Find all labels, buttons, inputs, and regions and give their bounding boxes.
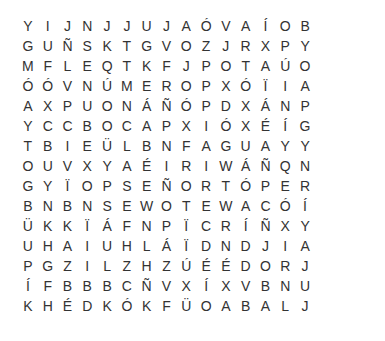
grid-cell[interactable]: G	[137, 36, 157, 56]
grid-cell[interactable]: X	[216, 276, 236, 296]
grid-cell[interactable]: A	[216, 296, 236, 316]
grid-cell[interactable]: Y	[38, 176, 58, 196]
grid-cell[interactable]: W	[216, 156, 236, 176]
grid-cell[interactable]: D	[196, 236, 216, 256]
grid-cell[interactable]: Ñ	[157, 176, 177, 196]
grid-cell[interactable]: T	[117, 36, 137, 56]
grid-cell[interactable]: H	[38, 296, 58, 316]
grid-cell[interactable]: P	[196, 56, 216, 76]
grid-cell[interactable]: Ï	[58, 176, 78, 196]
grid-cell[interactable]: Z	[196, 36, 216, 56]
grid-cell[interactable]: U	[77, 96, 97, 116]
grid-cell[interactable]: B	[58, 196, 78, 216]
grid-cell[interactable]: É	[256, 116, 276, 136]
grid-cell[interactable]: X	[176, 276, 196, 296]
grid-cell[interactable]: Ñ	[256, 156, 276, 176]
grid-cell[interactable]: N	[216, 236, 236, 256]
grid-cell[interactable]: A	[236, 196, 256, 216]
grid-cell[interactable]: Ü	[97, 136, 117, 156]
grid-cell[interactable]: A	[256, 136, 276, 156]
grid-cell[interactable]: É	[137, 156, 157, 176]
grid-cell[interactable]: O	[295, 56, 315, 76]
grid-cell[interactable]: C	[38, 116, 58, 136]
grid-cell[interactable]: F	[38, 56, 58, 76]
grid-cell[interactable]: N	[117, 96, 137, 116]
grid-cell[interactable]: V	[58, 156, 78, 176]
grid-cell[interactable]: É	[58, 296, 78, 316]
grid-cell[interactable]: I	[77, 236, 97, 256]
grid-cell[interactable]: C	[117, 276, 137, 296]
grid-cell[interactable]: K	[18, 296, 38, 316]
grid-cell[interactable]: B	[58, 276, 78, 296]
grid-cell[interactable]: U	[38, 36, 58, 56]
grid-cell[interactable]: D	[77, 296, 97, 316]
grid-cell[interactable]: A	[176, 16, 196, 36]
grid-cell[interactable]: Ó	[236, 176, 256, 196]
grid-cell[interactable]: C	[196, 216, 216, 236]
grid-cell[interactable]: Z	[117, 256, 137, 276]
grid-cell[interactable]: L	[137, 236, 157, 256]
grid-cell[interactable]: F	[38, 276, 58, 296]
grid-cell[interactable]: O	[275, 16, 295, 36]
grid-cell[interactable]: E	[196, 196, 216, 216]
grid-cell[interactable]: A	[196, 136, 216, 156]
grid-cell[interactable]: X	[176, 116, 196, 136]
grid-cell[interactable]: R	[196, 176, 216, 196]
grid-cell[interactable]: V	[216, 16, 236, 36]
grid-cell[interactable]: A	[236, 16, 256, 36]
grid-cell[interactable]: Í	[196, 276, 216, 296]
grid-cell[interactable]: V	[157, 36, 177, 56]
grid-cell[interactable]: A	[18, 96, 38, 116]
grid-cell[interactable]: R	[176, 156, 196, 176]
grid-cell[interactable]: Ó	[236, 76, 256, 96]
grid-cell[interactable]: Ó	[275, 196, 295, 216]
grid-cell[interactable]: W	[137, 196, 157, 216]
grid-cell[interactable]: Ú	[97, 76, 117, 96]
grid-cell[interactable]: Ó	[176, 96, 196, 116]
grid-cell[interactable]: T	[216, 176, 236, 196]
grid-cell[interactable]: O	[77, 176, 97, 196]
grid-cell[interactable]: A	[58, 236, 78, 256]
grid-cell[interactable]: K	[97, 36, 117, 56]
grid-cell[interactable]: R	[216, 216, 236, 236]
grid-cell[interactable]: F	[176, 136, 196, 156]
grid-cell[interactable]: N	[77, 76, 97, 96]
grid-cell[interactable]: N	[275, 276, 295, 296]
grid-cell[interactable]: Á	[256, 96, 276, 116]
word-search-grid: YIJNJJUJAÓVAÍOBGUÑSKTGVOZJRXPYMFLEQTKFJP…	[18, 16, 315, 316]
grid-cell[interactable]: P	[196, 96, 216, 116]
grid-cell[interactable]: Í	[295, 196, 315, 216]
grid-cell[interactable]: Y	[18, 16, 38, 36]
grid-cell[interactable]: Y	[295, 36, 315, 56]
grid-cell[interactable]: M	[18, 56, 38, 76]
grid-cell[interactable]: L	[117, 136, 137, 156]
grid-cell[interactable]: U	[137, 16, 157, 36]
grid-cell[interactable]: X	[256, 36, 276, 56]
grid-cell[interactable]: E	[137, 76, 157, 96]
grid-cell[interactable]: P	[157, 216, 177, 236]
grid-cell[interactable]: P	[58, 96, 78, 116]
grid-cell[interactable]: Ú	[275, 56, 295, 76]
grid-cell[interactable]: Á	[236, 156, 256, 176]
grid-cell[interactable]: Ï	[176, 236, 196, 256]
grid-cell[interactable]: O	[256, 256, 276, 276]
grid-cell[interactable]: Á	[97, 216, 117, 236]
grid-cell[interactable]: Ó	[38, 76, 58, 96]
grid-cell[interactable]: I	[77, 256, 97, 276]
grid-cell[interactable]: P	[295, 96, 315, 116]
grid-cell[interactable]: Q	[275, 156, 295, 176]
grid-cell[interactable]: I	[196, 156, 216, 176]
grid-cell[interactable]: E	[137, 176, 157, 196]
grid-cell[interactable]: Í	[18, 276, 38, 296]
grid-cell[interactable]: D	[216, 96, 236, 116]
grid-cell[interactable]: C	[256, 196, 276, 216]
grid-cell[interactable]: O	[18, 156, 38, 176]
grid-cell[interactable]: P	[196, 76, 216, 96]
grid-cell[interactable]: M	[117, 76, 137, 96]
grid-cell[interactable]: G	[38, 256, 58, 276]
grid-cell[interactable]: N	[275, 96, 295, 116]
grid-cell[interactable]: K	[58, 216, 78, 236]
grid-cell[interactable]: Ó	[18, 76, 38, 96]
grid-cell[interactable]: Ï	[77, 216, 97, 236]
grid-cell[interactable]: I	[157, 156, 177, 176]
grid-cell[interactable]: E	[77, 56, 97, 76]
grid-cell[interactable]: O	[97, 116, 117, 136]
grid-cell[interactable]: N	[77, 16, 97, 36]
grid-cell[interactable]: Ó	[196, 16, 216, 36]
grid-cell[interactable]: Ú	[176, 256, 196, 276]
grid-cell[interactable]: L	[97, 256, 117, 276]
grid-cell[interactable]: Q	[97, 56, 117, 76]
grid-cell[interactable]: K	[97, 296, 117, 316]
grid-cell[interactable]: A	[295, 76, 315, 96]
grid-cell[interactable]: O	[157, 196, 177, 216]
grid-cell[interactable]: Z	[157, 256, 177, 276]
grid-cell[interactable]: T	[176, 196, 196, 216]
grid-cell[interactable]: J	[157, 16, 177, 36]
grid-cell[interactable]: E	[275, 176, 295, 196]
grid-cell[interactable]: Ï	[176, 216, 196, 236]
grid-cell[interactable]: I	[58, 136, 78, 156]
grid-cell[interactable]: X	[236, 116, 256, 136]
grid-cell[interactable]: N	[77, 196, 97, 216]
grid-cell[interactable]: Í	[275, 116, 295, 136]
grid-cell[interactable]: C	[117, 116, 137, 136]
grid-cell[interactable]: P	[157, 116, 177, 136]
grid-cell[interactable]: P	[18, 256, 38, 276]
grid-cell[interactable]: A	[256, 56, 276, 76]
grid-cell[interactable]: A	[295, 236, 315, 256]
grid-cell[interactable]: G	[295, 116, 315, 136]
grid-cell[interactable]: K	[137, 296, 157, 316]
grid-cell[interactable]: Y	[275, 136, 295, 156]
grid-cell[interactable]: U	[236, 136, 256, 156]
grid-cell[interactable]: N	[157, 136, 177, 156]
grid-cell[interactable]: S	[97, 196, 117, 216]
grid-cell[interactable]: Ó	[216, 116, 236, 136]
grid-cell[interactable]: Y	[97, 156, 117, 176]
grid-cell[interactable]: Ñ	[58, 36, 78, 56]
grid-cell[interactable]: A	[117, 156, 137, 176]
grid-cell[interactable]: P	[275, 36, 295, 56]
grid-cell[interactable]: O	[196, 296, 216, 316]
grid-cell[interactable]: E	[77, 136, 97, 156]
grid-cell[interactable]: G	[18, 176, 38, 196]
grid-cell[interactable]: B	[256, 276, 276, 296]
grid-cell[interactable]: N	[38, 196, 58, 216]
grid-cell[interactable]: C	[58, 116, 78, 136]
grid-cell[interactable]: N	[137, 216, 157, 236]
grid-cell[interactable]: U	[97, 236, 117, 256]
grid-cell[interactable]: F	[157, 56, 177, 76]
grid-cell[interactable]: A	[256, 296, 276, 316]
grid-cell[interactable]: Á	[157, 236, 177, 256]
grid-cell[interactable]: X	[216, 76, 236, 96]
grid-cell[interactable]: U	[295, 276, 315, 296]
grid-cell[interactable]: J	[295, 256, 315, 276]
grid-cell[interactable]: A	[137, 116, 157, 136]
grid-cell[interactable]: I	[275, 76, 295, 96]
grid-cell[interactable]: V	[58, 76, 78, 96]
grid-cell[interactable]: G	[18, 36, 38, 56]
grid-cell[interactable]: R	[157, 76, 177, 96]
grid-cell[interactable]: I	[275, 236, 295, 256]
grid-cell[interactable]: Í	[236, 216, 256, 236]
grid-cell[interactable]: X	[236, 96, 256, 116]
grid-cell[interactable]: J	[176, 56, 196, 76]
grid-cell[interactable]: O	[97, 96, 117, 116]
grid-cell[interactable]: R	[236, 36, 256, 56]
grid-cell[interactable]: F	[157, 296, 177, 316]
grid-cell[interactable]: O	[216, 56, 236, 76]
grid-cell[interactable]: R	[295, 176, 315, 196]
grid-cell[interactable]: Ó	[117, 296, 137, 316]
grid-cell[interactable]: J	[97, 16, 117, 36]
grid-cell[interactable]: B	[137, 136, 157, 156]
grid-cell[interactable]: B	[236, 296, 256, 316]
grid-cell[interactable]: B	[77, 116, 97, 136]
grid-cell[interactable]: J	[58, 16, 78, 36]
grid-cell[interactable]: I	[196, 116, 216, 136]
grid-cell[interactable]: O	[176, 176, 196, 196]
grid-cell[interactable]: Ñ	[256, 216, 276, 236]
grid-cell[interactable]: L	[275, 296, 295, 316]
grid-cell[interactable]: W	[216, 196, 236, 216]
grid-cell[interactable]: Ñ	[137, 276, 157, 296]
grid-cell[interactable]: Ü	[18, 216, 38, 236]
grid-cell[interactable]: O	[176, 76, 196, 96]
grid-cell[interactable]: J	[117, 16, 137, 36]
grid-cell[interactable]: Y	[18, 116, 38, 136]
grid-cell[interactable]: H	[117, 236, 137, 256]
grid-cell[interactable]: É	[216, 256, 236, 276]
grid-cell[interactable]: D	[236, 236, 256, 256]
grid-cell[interactable]: R	[275, 256, 295, 276]
grid-cell[interactable]: B	[97, 276, 117, 296]
grid-cell[interactable]: L	[58, 56, 78, 76]
grid-cell[interactable]: B	[77, 276, 97, 296]
grid-cell[interactable]: U	[18, 236, 38, 256]
grid-cell[interactable]: B	[295, 16, 315, 36]
grid-cell[interactable]: S	[117, 176, 137, 196]
grid-cell[interactable]: I	[38, 16, 58, 36]
grid-cell[interactable]: H	[137, 256, 157, 276]
grid-cell[interactable]: Á	[137, 96, 157, 116]
grid-cell[interactable]: B	[38, 136, 58, 156]
grid-cell[interactable]: S	[77, 36, 97, 56]
grid-cell[interactable]: D	[236, 256, 256, 276]
grid-cell[interactable]: T	[236, 56, 256, 76]
grid-cell[interactable]: É	[196, 256, 216, 276]
grid-cell[interactable]: K	[38, 216, 58, 236]
grid-cell[interactable]: Ü	[176, 296, 196, 316]
grid-cell[interactable]: E	[117, 196, 137, 216]
grid-cell[interactable]: Y	[295, 216, 315, 236]
grid-cell[interactable]: V	[236, 276, 256, 296]
grid-cell[interactable]: Ï	[256, 76, 276, 96]
grid-cell[interactable]: H	[38, 236, 58, 256]
grid-cell[interactable]: O	[176, 36, 196, 56]
grid-cell[interactable]: J	[216, 36, 236, 56]
grid-cell[interactable]: N	[295, 156, 315, 176]
grid-cell[interactable]: J	[256, 236, 276, 256]
grid-cell[interactable]: T	[117, 56, 137, 76]
grid-cell[interactable]: U	[38, 156, 58, 176]
grid-cell[interactable]: G	[216, 136, 236, 156]
grid-cell[interactable]: Z	[58, 256, 78, 276]
grid-cell[interactable]: X	[38, 96, 58, 116]
grid-cell[interactable]: V	[157, 276, 177, 296]
grid-cell[interactable]: Ñ	[157, 96, 177, 116]
grid-cell[interactable]: Í	[256, 16, 276, 36]
grid-cell[interactable]: X	[275, 216, 295, 236]
grid-cell[interactable]: P	[97, 176, 117, 196]
grid-cell[interactable]: F	[117, 216, 137, 236]
grid-cell[interactable]: X	[77, 156, 97, 176]
grid-cell[interactable]: Y	[295, 136, 315, 156]
grid-cell[interactable]: T	[18, 136, 38, 156]
grid-cell[interactable]: K	[137, 56, 157, 76]
grid-cell[interactable]: B	[18, 196, 38, 216]
grid-cell[interactable]: J	[295, 296, 315, 316]
grid-cell[interactable]: P	[256, 176, 276, 196]
